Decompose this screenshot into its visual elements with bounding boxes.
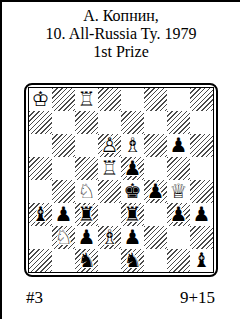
square-a1	[29, 249, 52, 272]
square-f2	[144, 226, 167, 249]
white-pawn-outline-icon: ♙	[98, 134, 121, 157]
square-g6: ♟	[167, 134, 190, 157]
square-e3: ♜	[121, 203, 144, 226]
square-c8: ♜♖	[75, 88, 98, 111]
square-d3	[98, 203, 121, 226]
square-b1	[52, 249, 75, 272]
square-h4	[190, 180, 213, 203]
black-pawn-icon: ♟	[121, 157, 144, 180]
square-c3: ♜	[75, 203, 98, 226]
square-d2: ♝♗	[98, 226, 121, 249]
black-bishop-icon: ♝	[190, 249, 213, 272]
black-pawn-icon: ♟	[121, 226, 144, 249]
square-g4: ♛♕	[167, 180, 190, 203]
square-b3: ♟	[52, 203, 75, 226]
black-pawn-icon: ♟	[144, 180, 167, 203]
square-g7	[167, 111, 190, 134]
square-e8	[121, 88, 144, 111]
square-b5	[52, 157, 75, 180]
chessboard-inner-border: ♚♔♜♖♟♙♝♗♟♜♖♟♞♘♚♟♛♕♝♟♜♜♟♟♞♘♟♝♗♟♞♞♝	[28, 87, 214, 273]
square-c4: ♞♘	[75, 180, 98, 203]
white-king-outline-icon: ♔	[29, 88, 52, 111]
square-c2: ♟	[75, 226, 98, 249]
chessboard-grid: ♚♔♜♖♟♙♝♗♟♜♖♟♞♘♚♟♛♕♝♟♜♜♟♟♞♘♟♝♗♟♞♞♝	[29, 88, 213, 272]
white-rook-outline-icon: ♖	[75, 88, 98, 111]
square-f7	[144, 111, 167, 134]
black-pawn-icon: ♟	[52, 203, 75, 226]
square-g8	[167, 88, 190, 111]
white-rook-outline-icon: ♖	[98, 157, 121, 180]
square-b6	[52, 134, 75, 157]
black-pawn-icon: ♟	[190, 203, 213, 226]
square-a8: ♚♔	[29, 88, 52, 111]
square-e6: ♝♗	[121, 134, 144, 157]
square-d5: ♜♖	[98, 157, 121, 180]
square-d8	[98, 88, 121, 111]
white-knight-outline-icon: ♘	[52, 226, 75, 249]
square-f8	[144, 88, 167, 111]
square-a6	[29, 134, 52, 157]
square-a3: ♝	[29, 203, 52, 226]
square-h2	[190, 226, 213, 249]
white-bishop-outline-icon: ♗	[98, 226, 121, 249]
black-king-icon: ♚	[121, 180, 144, 203]
black-rook-icon: ♜	[121, 203, 144, 226]
problem-header: А. Копнин, 10. All-Russia Ty. 1979 1st P…	[2, 2, 240, 61]
square-f5	[144, 157, 167, 180]
square-e4: ♚	[121, 180, 144, 203]
square-e5: ♟	[121, 157, 144, 180]
square-h6	[190, 134, 213, 157]
square-e7	[121, 111, 144, 134]
square-h3: ♟	[190, 203, 213, 226]
square-c7	[75, 111, 98, 134]
square-a5	[29, 157, 52, 180]
square-b4	[52, 180, 75, 203]
square-f6	[144, 134, 167, 157]
square-e1: ♞	[121, 249, 144, 272]
square-c5	[75, 157, 98, 180]
black-pawn-icon: ♟	[75, 226, 98, 249]
square-c6	[75, 134, 98, 157]
square-b2: ♞♘	[52, 226, 75, 249]
square-b8	[52, 88, 75, 111]
white-bishop-outline-icon: ♗	[121, 134, 144, 157]
square-h1: ♝	[190, 249, 213, 272]
square-e2: ♟	[121, 226, 144, 249]
square-a2	[29, 226, 52, 249]
prize-line: 1st Prize	[2, 43, 240, 61]
square-f1	[144, 249, 167, 272]
white-queen-outline-icon: ♕	[167, 180, 190, 203]
material-count-label: 9+15	[180, 288, 215, 308]
black-rook-icon: ♜	[75, 203, 98, 226]
square-d1	[98, 249, 121, 272]
square-a7	[29, 111, 52, 134]
square-g5	[167, 157, 190, 180]
square-d4	[98, 180, 121, 203]
black-bishop-icon: ♝	[29, 203, 52, 226]
square-f3	[144, 203, 167, 226]
black-pawn-icon: ♟	[167, 134, 190, 157]
author-line: А. Копнин,	[2, 7, 240, 25]
stipulation-label: #3	[26, 288, 43, 308]
square-h8	[190, 88, 213, 111]
square-f4: ♟	[144, 180, 167, 203]
square-g3: ♟	[167, 203, 190, 226]
tourney-line: 10. All-Russia Ty. 1979	[2, 25, 240, 43]
square-a4	[29, 180, 52, 203]
page: А. Копнин, 10. All-Russia Ty. 1979 1st P…	[0, 0, 240, 319]
white-knight-outline-icon: ♘	[75, 180, 98, 203]
square-d6: ♟♙	[98, 134, 121, 157]
black-knight-icon: ♞	[75, 249, 98, 272]
square-c1: ♞	[75, 249, 98, 272]
black-pawn-icon: ♟	[167, 203, 190, 226]
square-d7	[98, 111, 121, 134]
square-h5	[190, 157, 213, 180]
chessboard: ♚♔♜♖♟♙♝♗♟♜♖♟♞♘♚♟♛♕♝♟♜♜♟♟♞♘♟♝♗♟♞♞♝	[24, 83, 218, 277]
square-b7	[52, 111, 75, 134]
square-g1	[167, 249, 190, 272]
square-g2	[167, 226, 190, 249]
square-h7	[190, 111, 213, 134]
black-knight-icon: ♞	[121, 249, 144, 272]
